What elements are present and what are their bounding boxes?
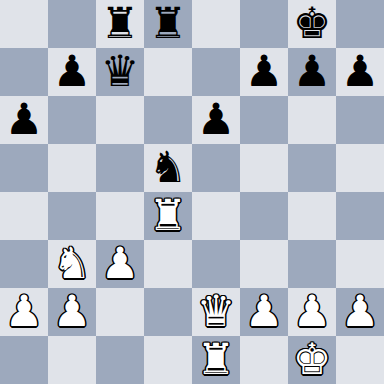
square-f5[interactable] bbox=[240, 144, 288, 192]
square-f2[interactable]: ♟ bbox=[240, 288, 288, 336]
square-f1[interactable] bbox=[240, 336, 288, 384]
black-pawn[interactable]: ♟ bbox=[245, 50, 284, 93]
black-rook[interactable]: ♜ bbox=[149, 2, 188, 45]
square-e5[interactable] bbox=[192, 144, 240, 192]
square-c5[interactable] bbox=[96, 144, 144, 192]
square-e2[interactable]: ♛ bbox=[192, 288, 240, 336]
square-h6[interactable] bbox=[336, 96, 384, 144]
square-d8[interactable]: ♜ bbox=[144, 0, 192, 48]
square-a1[interactable] bbox=[0, 336, 48, 384]
square-a5[interactable] bbox=[0, 144, 48, 192]
white-pawn[interactable]: ♟ bbox=[101, 242, 140, 285]
white-pawn[interactable]: ♟ bbox=[341, 290, 380, 333]
square-e8[interactable] bbox=[192, 0, 240, 48]
square-a4[interactable] bbox=[0, 192, 48, 240]
square-g7[interactable]: ♟ bbox=[288, 48, 336, 96]
square-g3[interactable] bbox=[288, 240, 336, 288]
square-b3[interactable]: ♞ bbox=[48, 240, 96, 288]
black-pawn[interactable]: ♟ bbox=[197, 98, 236, 141]
square-e7[interactable] bbox=[192, 48, 240, 96]
square-b4[interactable] bbox=[48, 192, 96, 240]
square-c6[interactable] bbox=[96, 96, 144, 144]
square-c1[interactable] bbox=[96, 336, 144, 384]
square-b7[interactable]: ♟ bbox=[48, 48, 96, 96]
square-h7[interactable]: ♟ bbox=[336, 48, 384, 96]
square-e4[interactable] bbox=[192, 192, 240, 240]
square-h2[interactable]: ♟ bbox=[336, 288, 384, 336]
square-a7[interactable] bbox=[0, 48, 48, 96]
square-g6[interactable] bbox=[288, 96, 336, 144]
square-f4[interactable] bbox=[240, 192, 288, 240]
square-h1[interactable] bbox=[336, 336, 384, 384]
square-e3[interactable] bbox=[192, 240, 240, 288]
square-c8[interactable]: ♜ bbox=[96, 0, 144, 48]
square-h4[interactable] bbox=[336, 192, 384, 240]
square-e6[interactable]: ♟ bbox=[192, 96, 240, 144]
square-c7[interactable]: ♛ bbox=[96, 48, 144, 96]
square-b1[interactable] bbox=[48, 336, 96, 384]
square-b8[interactable] bbox=[48, 0, 96, 48]
chess-board: ♜♜♚♟♛♟♟♟♟♟♞♜♞♟♟♟♛♟♟♟♜♚ bbox=[0, 0, 384, 384]
black-king[interactable]: ♚ bbox=[293, 2, 332, 45]
square-g2[interactable]: ♟ bbox=[288, 288, 336, 336]
square-c3[interactable]: ♟ bbox=[96, 240, 144, 288]
square-a2[interactable]: ♟ bbox=[0, 288, 48, 336]
square-f3[interactable] bbox=[240, 240, 288, 288]
white-pawn[interactable]: ♟ bbox=[245, 290, 284, 333]
white-pawn[interactable]: ♟ bbox=[5, 290, 44, 333]
white-pawn[interactable]: ♟ bbox=[53, 290, 92, 333]
square-d6[interactable] bbox=[144, 96, 192, 144]
black-pawn[interactable]: ♟ bbox=[53, 50, 92, 93]
square-f8[interactable] bbox=[240, 0, 288, 48]
white-knight[interactable]: ♞ bbox=[53, 242, 92, 285]
square-b6[interactable] bbox=[48, 96, 96, 144]
square-f7[interactable]: ♟ bbox=[240, 48, 288, 96]
square-c4[interactable] bbox=[96, 192, 144, 240]
square-b5[interactable] bbox=[48, 144, 96, 192]
square-d4[interactable]: ♜ bbox=[144, 192, 192, 240]
square-d1[interactable] bbox=[144, 336, 192, 384]
square-d5[interactable]: ♞ bbox=[144, 144, 192, 192]
square-d7[interactable] bbox=[144, 48, 192, 96]
black-queen[interactable]: ♛ bbox=[101, 50, 140, 93]
square-c2[interactable] bbox=[96, 288, 144, 336]
square-f6[interactable] bbox=[240, 96, 288, 144]
black-pawn[interactable]: ♟ bbox=[293, 50, 332, 93]
square-g5[interactable] bbox=[288, 144, 336, 192]
square-h8[interactable] bbox=[336, 0, 384, 48]
white-pawn[interactable]: ♟ bbox=[293, 290, 332, 333]
square-a3[interactable] bbox=[0, 240, 48, 288]
black-pawn[interactable]: ♟ bbox=[5, 98, 44, 141]
square-h3[interactable] bbox=[336, 240, 384, 288]
square-d2[interactable] bbox=[144, 288, 192, 336]
square-d3[interactable] bbox=[144, 240, 192, 288]
square-g1[interactable]: ♚ bbox=[288, 336, 336, 384]
square-e1[interactable]: ♜ bbox=[192, 336, 240, 384]
white-queen[interactable]: ♛ bbox=[197, 290, 236, 333]
square-g4[interactable] bbox=[288, 192, 336, 240]
square-a6[interactable]: ♟ bbox=[0, 96, 48, 144]
black-pawn[interactable]: ♟ bbox=[341, 50, 380, 93]
square-g8[interactable]: ♚ bbox=[288, 0, 336, 48]
black-rook[interactable]: ♜ bbox=[101, 2, 140, 45]
white-rook[interactable]: ♜ bbox=[197, 338, 236, 381]
square-h5[interactable] bbox=[336, 144, 384, 192]
white-king[interactable]: ♚ bbox=[293, 338, 332, 381]
black-knight[interactable]: ♞ bbox=[149, 146, 188, 189]
square-b2[interactable]: ♟ bbox=[48, 288, 96, 336]
square-a8[interactable] bbox=[0, 0, 48, 48]
white-rook[interactable]: ♜ bbox=[149, 194, 188, 237]
